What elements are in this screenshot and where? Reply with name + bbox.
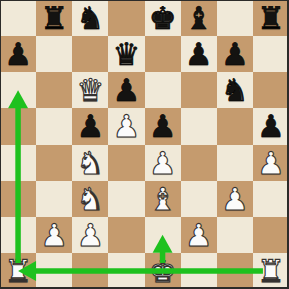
- white-knight[interactable]: ♞: [76, 145, 104, 181]
- square-a3[interactable]: [0, 181, 36, 217]
- square-g5[interactable]: [217, 108, 253, 144]
- white-pawn[interactable]: ♟: [40, 217, 68, 253]
- square-e1[interactable]: ♚: [145, 253, 181, 289]
- square-f4[interactable]: [181, 145, 217, 181]
- black-pawn[interactable]: ♟: [185, 36, 213, 72]
- square-b6[interactable]: [36, 72, 72, 108]
- square-d4[interactable]: [108, 145, 144, 181]
- square-b2[interactable]: ♟: [36, 217, 72, 253]
- square-g7[interactable]: ♟: [217, 36, 253, 72]
- square-e7[interactable]: [145, 36, 181, 72]
- black-rook[interactable]: ♜: [257, 0, 285, 36]
- square-f2[interactable]: ♟: [181, 217, 217, 253]
- white-pawn[interactable]: ♟: [76, 217, 104, 253]
- square-g6[interactable]: ♞: [217, 72, 253, 108]
- square-g3[interactable]: ♟: [217, 181, 253, 217]
- square-b5[interactable]: [36, 108, 72, 144]
- board-grid: ♜♞♚♝♜♟♛♟♟♛♟♞♟♟♟♟♞♟♟♞♝♟♟♟♟♜♚♜: [0, 0, 289, 289]
- white-knight[interactable]: ♞: [76, 181, 104, 217]
- black-pawn[interactable]: ♟: [76, 108, 104, 144]
- white-pawn[interactable]: ♟: [113, 108, 141, 144]
- black-pawn[interactable]: ♟: [257, 108, 285, 144]
- black-bishop[interactable]: ♝: [185, 0, 213, 36]
- square-h1[interactable]: ♜: [253, 253, 289, 289]
- square-b8[interactable]: ♜: [36, 0, 72, 36]
- square-c3[interactable]: ♞: [72, 181, 108, 217]
- square-f6[interactable]: [181, 72, 217, 108]
- white-pawn[interactable]: ♟: [221, 181, 249, 217]
- white-rook[interactable]: ♜: [4, 253, 32, 289]
- white-queen[interactable]: ♛: [76, 72, 104, 108]
- square-a5[interactable]: [0, 108, 36, 144]
- white-pawn[interactable]: ♟: [149, 145, 177, 181]
- square-a1[interactable]: ♜: [0, 253, 36, 289]
- white-king[interactable]: ♚: [149, 253, 177, 289]
- square-h3[interactable]: [253, 181, 289, 217]
- black-pawn[interactable]: ♟: [4, 36, 32, 72]
- square-a6[interactable]: [0, 72, 36, 108]
- square-c4[interactable]: ♞: [72, 145, 108, 181]
- square-e2[interactable]: [145, 217, 181, 253]
- black-king[interactable]: ♚: [149, 0, 177, 36]
- black-knight[interactable]: ♞: [76, 0, 104, 36]
- square-a4[interactable]: [0, 145, 36, 181]
- square-d7[interactable]: ♛: [108, 36, 144, 72]
- square-e3[interactable]: ♝: [145, 181, 181, 217]
- chess-board: ♜♞♚♝♜♟♛♟♟♛♟♞♟♟♟♟♞♟♟♞♝♟♟♟♟♜♚♜: [0, 0, 289, 289]
- square-b3[interactable]: [36, 181, 72, 217]
- black-pawn[interactable]: ♟: [113, 72, 141, 108]
- square-g2[interactable]: [217, 217, 253, 253]
- black-rook[interactable]: ♜: [40, 0, 68, 36]
- square-d8[interactable]: [108, 0, 144, 36]
- square-c2[interactable]: ♟: [72, 217, 108, 253]
- square-f7[interactable]: ♟: [181, 36, 217, 72]
- square-a2[interactable]: [0, 217, 36, 253]
- white-pawn[interactable]: ♟: [257, 145, 285, 181]
- square-g4[interactable]: [217, 145, 253, 181]
- square-d3[interactable]: [108, 181, 144, 217]
- square-e8[interactable]: ♚: [145, 0, 181, 36]
- black-pawn[interactable]: ♟: [149, 108, 177, 144]
- square-d1[interactable]: [108, 253, 144, 289]
- square-f5[interactable]: [181, 108, 217, 144]
- black-queen[interactable]: ♛: [113, 36, 141, 72]
- square-f3[interactable]: [181, 181, 217, 217]
- square-c1[interactable]: [72, 253, 108, 289]
- square-h4[interactable]: ♟: [253, 145, 289, 181]
- black-pawn[interactable]: ♟: [221, 36, 249, 72]
- square-b4[interactable]: [36, 145, 72, 181]
- square-h2[interactable]: [253, 217, 289, 253]
- square-g1[interactable]: [217, 253, 253, 289]
- square-h7[interactable]: [253, 36, 289, 72]
- black-knight[interactable]: ♞: [221, 72, 249, 108]
- square-d2[interactable]: [108, 217, 144, 253]
- square-e6[interactable]: [145, 72, 181, 108]
- square-d6[interactable]: ♟: [108, 72, 144, 108]
- square-f1[interactable]: [181, 253, 217, 289]
- square-e4[interactable]: ♟: [145, 145, 181, 181]
- square-c5[interactable]: ♟: [72, 108, 108, 144]
- white-rook[interactable]: ♜: [257, 253, 285, 289]
- square-f8[interactable]: ♝: [181, 0, 217, 36]
- white-pawn[interactable]: ♟: [185, 217, 213, 253]
- square-h8[interactable]: ♜: [253, 0, 289, 36]
- square-b7[interactable]: [36, 36, 72, 72]
- square-h5[interactable]: ♟: [253, 108, 289, 144]
- square-b1[interactable]: [36, 253, 72, 289]
- square-e5[interactable]: ♟: [145, 108, 181, 144]
- square-a7[interactable]: ♟: [0, 36, 36, 72]
- square-d5[interactable]: ♟: [108, 108, 144, 144]
- square-c7[interactable]: [72, 36, 108, 72]
- square-h6[interactable]: [253, 72, 289, 108]
- square-c6[interactable]: ♛: [72, 72, 108, 108]
- square-a8[interactable]: [0, 0, 36, 36]
- white-bishop[interactable]: ♝: [149, 181, 177, 217]
- square-c8[interactable]: ♞: [72, 0, 108, 36]
- square-g8[interactable]: [217, 0, 253, 36]
